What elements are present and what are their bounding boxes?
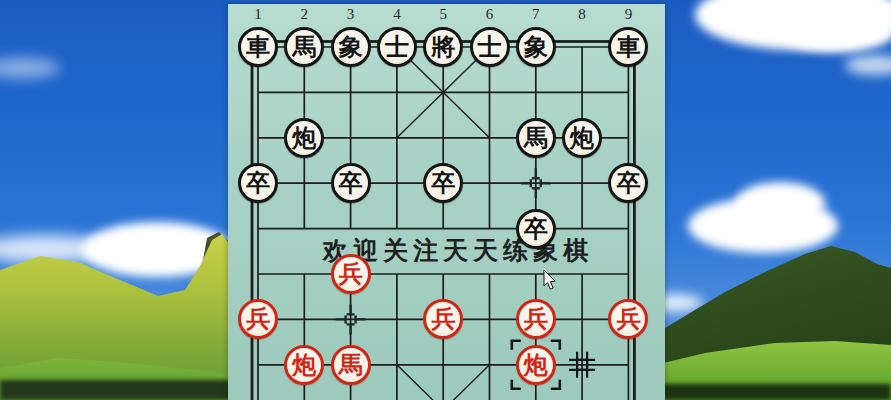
- cloud-right-mid-lobe: [735, 182, 825, 224]
- piece-black-soldier[interactable]: 卒: [238, 163, 278, 203]
- piece-black-horse[interactable]: 馬: [516, 118, 556, 158]
- screenshot-root: 123456789 欢迎关注天天练象棋 車馬象士將士象車炮馬炮卒卒卒卒卒兵兵兵兵…: [0, 0, 891, 400]
- piece-black-general[interactable]: 將: [423, 27, 463, 67]
- piece-black-cannon[interactable]: 炮: [562, 118, 602, 158]
- piece-red-soldier[interactable]: 兵: [331, 254, 371, 294]
- xiangqi-board[interactable]: 123456789 欢迎关注天天练象棋 車馬象士將士象車炮馬炮卒卒卒卒卒兵兵兵兵…: [228, 4, 665, 400]
- mouse-cursor: [543, 270, 559, 292]
- piece-black-cannon[interactable]: 炮: [284, 118, 324, 158]
- piece-black-advisor[interactable]: 士: [470, 27, 510, 67]
- piece-black-advisor[interactable]: 士: [377, 27, 417, 67]
- piece-red-cannon[interactable]: 炮: [284, 345, 324, 385]
- piece-black-elephant[interactable]: 象: [331, 27, 371, 67]
- piece-black-soldier[interactable]: 卒: [331, 163, 371, 203]
- trees-left: [0, 380, 235, 400]
- trees-right: [655, 384, 891, 400]
- piece-red-cannon-selected[interactable]: 炮: [516, 345, 556, 385]
- piece-black-elephant[interactable]: 象: [516, 27, 556, 67]
- piece-red-horse[interactable]: 馬: [331, 345, 371, 385]
- cloud-top-right-lobe: [780, 10, 891, 52]
- piece-red-soldier[interactable]: 兵: [516, 299, 556, 339]
- piece-black-rook[interactable]: 車: [238, 27, 278, 67]
- piece-black-soldier[interactable]: 卒: [516, 209, 556, 249]
